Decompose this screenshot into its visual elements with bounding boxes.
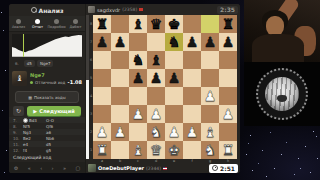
top-player-name[interactable]: sagdxvdr [97, 7, 120, 13]
white-pawn-piece[interactable]: ♟ [150, 105, 163, 123]
white-pawn-piece[interactable]: ♟ [186, 123, 199, 141]
white-king-piece[interactable]: ♚ [168, 141, 181, 159]
streamer-body [252, 34, 304, 62]
black-king-piece[interactable]: ♚ [168, 15, 181, 33]
square-g2[interactable]: ♝ [201, 123, 219, 141]
white-knight-piece[interactable]: ♞ [204, 141, 217, 159]
square-h6[interactable] [219, 51, 237, 69]
square-b4[interactable] [111, 87, 129, 105]
white-move[interactable]: e4 [23, 142, 43, 147]
square-g5[interactable] [201, 69, 219, 87]
square-c4[interactable] [129, 87, 147, 105]
white-rook-piece[interactable]: ♜ [222, 141, 235, 159]
tab-3[interactable]: Дебют [66, 16, 85, 30]
square-f4[interactable] [183, 87, 201, 105]
white-move[interactable]: Bd3 [23, 118, 43, 123]
eval-bar-white [86, 80, 89, 159]
board-wrap: 87654321 ♜♝♛♚♜♟♟♞♟♟♟♞♝♟♟♟♟♟♟♟♟♟♞♟♟♝♜♝♛♚♞… [86, 15, 240, 159]
square-d7[interactable] [147, 33, 165, 51]
square-c1[interactable]: ♝ [129, 141, 147, 159]
square-b7[interactable]: ♟ [111, 33, 129, 51]
eval-graph[interactable] [12, 34, 82, 57]
square-f8[interactable] [183, 15, 201, 33]
square-h3[interactable]: ♟ [219, 105, 237, 123]
square-b3[interactable] [111, 105, 129, 123]
chesscom-analysis-window: Анализ АнализОтчетПодробноДебют 6. d5 Ng… [9, 4, 240, 173]
square-a6[interactable] [93, 51, 111, 69]
square-h5[interactable] [219, 69, 237, 87]
square-g1[interactable]: ♞ [201, 141, 219, 159]
square-h4[interactable] [219, 87, 237, 105]
square-c2[interactable] [129, 123, 147, 141]
white-pawn-piece[interactable]: ♟ [114, 123, 127, 141]
square-f1[interactable] [183, 141, 201, 159]
panel-title: Анализ [39, 7, 64, 14]
square-g7[interactable]: ♟ [201, 33, 219, 51]
bottom-player-flag-icon [163, 167, 167, 170]
square-a4[interactable] [93, 87, 111, 105]
square-d2[interactable]: ♞ [147, 123, 165, 141]
square-f7[interactable]: ♟ [183, 33, 201, 51]
search-icon [31, 7, 37, 13]
square-d1[interactable]: ♛ [147, 141, 165, 159]
black-move[interactable]: Nb6 [46, 136, 66, 141]
tiger-face [265, 77, 299, 111]
square-c6[interactable]: ♞ [129, 51, 147, 69]
black-knight-piece[interactable]: ♞ [168, 33, 181, 51]
white-move[interactable]: Nf5 [23, 124, 43, 129]
black-pawn-piece[interactable]: ♟ [96, 33, 109, 51]
square-a3[interactable] [93, 105, 111, 123]
top-player-rating: (2358) [122, 7, 137, 12]
streamer-face [266, 16, 284, 36]
white-pawn-piece[interactable]: ♟ [168, 123, 181, 141]
black-bishop-piece[interactable]: ♝ [150, 51, 163, 69]
move-strip: 6. d5 Nge7 [9, 59, 85, 68]
square-d5[interactable]: ♟ [147, 69, 165, 87]
square-h1[interactable]: ♜ [219, 141, 237, 159]
tab-0[interactable]: Анализ [9, 16, 28, 30]
starfield-background [0, 0, 1, 1]
top-player-bar: sagdxvdr (2358) 2:35 [86, 4, 240, 15]
square-h7[interactable]: ♟ [219, 33, 237, 51]
sidebar-tabs: АнализОтчетПодробноДебют [9, 16, 85, 31]
stream-screen: Анализ АнализОтчетПодробноДебют 6. d5 Ng… [0, 0, 320, 180]
white-move-chip[interactable]: d5 [24, 60, 35, 67]
square-c5[interactable]: ♟ [129, 69, 147, 87]
top-player-avatar[interactable] [88, 6, 95, 13]
tab-1[interactable]: Отчет [28, 16, 47, 30]
show-moves-button[interactable]: ▦ Показать ходы [15, 91, 79, 103]
bottom-player-rating: (2344) [146, 166, 161, 171]
tab-2[interactable]: Подробно [47, 16, 66, 30]
square-c8[interactable]: ♝ [129, 15, 147, 33]
tab-icon [73, 19, 78, 24]
assessment-eval: -1.08 [68, 79, 82, 85]
chess-board: ♜♝♛♚♜♟♟♞♟♟♟♞♝♟♟♟♟♟♟♟♟♟♞♟♟♝♜♝♛♚♞♜ [93, 15, 237, 159]
square-b6[interactable] [111, 51, 129, 69]
eval-graph-cursor[interactable] [23, 34, 24, 57]
square-a1[interactable]: ♜ [93, 141, 111, 159]
skip-end-icon[interactable]: » [63, 165, 66, 171]
eval-bar [86, 15, 89, 159]
square-e8[interactable]: ♚ [165, 15, 183, 33]
square-c3[interactable]: ♟ [129, 105, 147, 123]
white-knight-piece[interactable]: ♞ [150, 123, 163, 141]
clock-icon [212, 165, 218, 171]
square-h8[interactable]: ♜ [219, 15, 237, 33]
playback-toolbar: ⚙«‹›»▢ [9, 162, 85, 173]
square-a8[interactable]: ♜ [93, 15, 111, 33]
black-pawn-piece[interactable]: ♟ [132, 69, 145, 87]
white-pawn-piece[interactable]: ♟ [132, 105, 145, 123]
white-pawn-piece[interactable]: ♟ [222, 105, 235, 123]
black-rook-piece[interactable]: ♜ [222, 15, 235, 33]
black-queen-piece[interactable]: ♛ [150, 15, 163, 33]
grid-icon: ▦ [28, 95, 32, 100]
square-e5[interactable]: ♟ [165, 69, 183, 87]
square-a5[interactable] [93, 69, 111, 87]
square-c7[interactable] [129, 33, 147, 51]
square-f6[interactable] [183, 51, 201, 69]
white-bishop-piece[interactable]: ♝ [132, 141, 145, 159]
move-assessment-card: ♝ Nge7 Отличный ход -1.08 [9, 67, 85, 90]
bottom-player-clock: 2:51 [209, 164, 238, 173]
black-rook-piece[interactable]: ♜ [96, 15, 109, 33]
tiger-logo [256, 68, 308, 120]
assessment-label: Отличный ход [35, 80, 66, 85]
expand-icon[interactable]: ▢ [76, 165, 81, 171]
best-move-icon [23, 118, 28, 123]
next-button[interactable]: ▶ Следующий [27, 106, 81, 116]
retry-icon: ↻ [16, 107, 21, 114]
move-number: 6. [12, 60, 22, 67]
analysis-sidebar: Анализ АнализОтчетПодробноДебют 6. d5 Ng… [9, 4, 86, 173]
black-knight-piece[interactable]: ♞ [132, 51, 145, 69]
square-g3[interactable] [201, 105, 219, 123]
black-bishop-piece[interactable]: ♝ [132, 15, 145, 33]
square-d3[interactable]: ♟ [147, 105, 165, 123]
white-move[interactable]: Ng3 [23, 130, 43, 135]
square-f3[interactable] [183, 105, 201, 123]
settings-gear-icon[interactable]: ⚙ [14, 165, 18, 171]
square-h2[interactable] [219, 123, 237, 141]
top-player-clock: 2:35 [217, 6, 238, 14]
assessed-move: Nge7 [30, 72, 82, 78]
prev-move-icon[interactable]: ‹ [40, 165, 42, 171]
white-move[interactable]: f4 [23, 148, 43, 153]
white-bishop-piece[interactable]: ♝ [204, 123, 217, 141]
moves-table: 7.Bd3O-O8.Nf5Qf69.Ng3a610.Be2Nb611.e4d51… [9, 117, 85, 153]
black-pawn-piece[interactable]: ♟ [204, 33, 217, 51]
square-b5[interactable] [111, 69, 129, 87]
white-queen-piece[interactable]: ♛ [150, 141, 163, 159]
square-b2[interactable]: ♟ [111, 123, 129, 141]
square-b1[interactable] [111, 141, 129, 159]
top-player-flag-icon [139, 8, 143, 11]
panel-header: Анализ [9, 4, 85, 16]
square-e1[interactable]: ♚ [165, 141, 183, 159]
square-e3[interactable] [165, 105, 183, 123]
good-move-icon [30, 81, 33, 84]
board-column: sagdxvdr (2358) 2:35 87654321 ♜♝♛♚♜♟♟♞♟♟… [86, 4, 240, 173]
black-pawn-piece[interactable]: ♟ [186, 33, 199, 51]
black-move[interactable]: O-O [46, 118, 66, 123]
black-move-chip[interactable]: Nge7 [37, 60, 54, 67]
black-move[interactable]: a6 [46, 130, 66, 135]
white-rook-piece[interactable]: ♜ [96, 141, 109, 159]
next-move-icon[interactable]: › [52, 165, 54, 171]
white-move[interactable]: Be2 [23, 136, 43, 141]
black-pawn-piece[interactable]: ♟ [168, 69, 181, 87]
black-pawn-piece[interactable]: ♟ [114, 33, 127, 51]
square-d6[interactable]: ♝ [147, 51, 165, 69]
logo-panel [244, 62, 320, 126]
square-a2[interactable]: ♟ [93, 123, 111, 141]
square-a7[interactable]: ♟ [93, 33, 111, 51]
tab-icon [54, 19, 59, 24]
retry-button[interactable]: ↻ [13, 106, 24, 116]
white-pawn-piece[interactable]: ♟ [96, 123, 109, 141]
square-f5[interactable] [183, 69, 201, 87]
lesson-thumbnail[interactable]: ♝ [12, 71, 27, 86]
play-icon: ▶ [33, 108, 37, 114]
skip-start-icon[interactable]: « [28, 165, 31, 171]
black-move[interactable]: d5 [46, 142, 66, 147]
square-e2[interactable]: ♟ [165, 123, 183, 141]
square-d8[interactable]: ♛ [147, 15, 165, 33]
square-e4[interactable] [165, 87, 183, 105]
black-pawn-piece[interactable]: ♟ [150, 69, 163, 87]
square-f2[interactable]: ♟ [183, 123, 201, 141]
black-pawn-piece[interactable]: ♟ [222, 33, 235, 51]
square-d4[interactable] [147, 87, 165, 105]
square-b8[interactable] [111, 15, 129, 33]
white-pawn-piece[interactable]: ♟ [204, 87, 217, 105]
square-e7[interactable]: ♞ [165, 33, 183, 51]
next-move-label: Следующий ход [9, 153, 85, 162]
square-g4[interactable]: ♟ [201, 87, 219, 105]
black-move[interactable]: Qf6 [46, 124, 66, 129]
black-move[interactable]: g5 [46, 148, 66, 153]
tab-icon [35, 19, 40, 24]
bottom-player-name[interactable]: OneDebutPlayer [98, 165, 144, 171]
review-controls: ↻ ▶ Следующий [9, 105, 85, 116]
bottom-player-avatar[interactable] [88, 164, 96, 172]
tab-icon [16, 19, 21, 24]
square-g8[interactable] [201, 15, 219, 33]
square-e6[interactable] [165, 51, 183, 69]
square-g6[interactable] [201, 51, 219, 69]
bottom-player-bar: OneDebutPlayer (2344) 2:51 [86, 163, 240, 173]
streamer-webcam [244, 0, 320, 62]
